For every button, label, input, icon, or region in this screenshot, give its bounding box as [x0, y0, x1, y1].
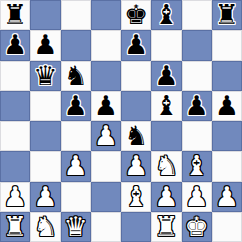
square-c4[interactable] — [61, 121, 91, 151]
black-pawn[interactable]: ♟ — [154, 61, 178, 91]
white-pawn[interactable]: ♟ — [185, 182, 209, 212]
square-e6[interactable] — [121, 61, 151, 91]
square-f6[interactable]: ♟ — [151, 61, 181, 91]
square-h8[interactable]: ♜ — [212, 0, 242, 30]
square-f8[interactable]: ♝ — [151, 0, 181, 30]
square-d5[interactable]: ♟ — [91, 91, 121, 121]
square-a8[interactable]: ♜ — [0, 0, 30, 30]
black-pawn[interactable]: ♟ — [124, 30, 148, 60]
black-rook[interactable]: ♜ — [215, 0, 239, 30]
square-h4[interactable] — [212, 121, 242, 151]
square-g1[interactable]: ♚ — [182, 212, 212, 242]
square-d7[interactable] — [91, 30, 121, 60]
square-d1[interactable] — [91, 212, 121, 242]
square-h6[interactable] — [212, 61, 242, 91]
black-rook[interactable]: ♜ — [3, 0, 27, 30]
square-e4[interactable]: ♞ — [121, 121, 151, 151]
square-b1[interactable]: ♞ — [30, 212, 60, 242]
white-bishop[interactable]: ♝ — [185, 151, 209, 181]
square-h2[interactable]: ♟ — [212, 182, 242, 212]
square-g5[interactable]: ♟ — [182, 91, 212, 121]
square-b6[interactable]: ♛ — [30, 61, 60, 91]
square-e1[interactable] — [121, 212, 151, 242]
square-e3[interactable]: ♟ — [121, 151, 151, 181]
square-c6[interactable]: ♞ — [61, 61, 91, 91]
square-d2[interactable] — [91, 182, 121, 212]
square-a2[interactable]: ♟ — [0, 182, 30, 212]
square-d8[interactable] — [91, 0, 121, 30]
square-g8[interactable] — [182, 0, 212, 30]
square-a3[interactable] — [0, 151, 30, 181]
square-e2[interactable]: ♝ — [121, 182, 151, 212]
white-knight[interactable]: ♞ — [33, 212, 57, 242]
black-bishop[interactable]: ♝ — [154, 0, 178, 30]
square-a7[interactable]: ♟ — [0, 30, 30, 60]
white-rook[interactable]: ♜ — [154, 212, 178, 242]
square-g6[interactable] — [182, 61, 212, 91]
square-e7[interactable]: ♟ — [121, 30, 151, 60]
black-pawn[interactable]: ♟ — [3, 30, 27, 60]
square-c3[interactable]: ♟ — [61, 151, 91, 181]
square-c1[interactable]: ♛ — [61, 212, 91, 242]
square-h5[interactable]: ♟ — [212, 91, 242, 121]
white-pawn[interactable]: ♟ — [94, 121, 118, 151]
white-knight[interactable]: ♞ — [154, 151, 178, 181]
square-c8[interactable] — [61, 0, 91, 30]
square-c7[interactable] — [61, 30, 91, 60]
square-f1[interactable]: ♜ — [151, 212, 181, 242]
white-queen[interactable]: ♛ — [64, 212, 88, 242]
square-g2[interactable]: ♟ — [182, 182, 212, 212]
white-pawn[interactable]: ♟ — [3, 182, 27, 212]
square-b3[interactable] — [30, 151, 60, 181]
white-pawn[interactable]: ♟ — [124, 151, 148, 181]
square-e5[interactable] — [121, 91, 151, 121]
white-rook[interactable]: ♜ — [3, 212, 27, 242]
square-a1[interactable]: ♜ — [0, 212, 30, 242]
square-c2[interactable] — [61, 182, 91, 212]
square-a6[interactable] — [0, 61, 30, 91]
white-king[interactable]: ♚ — [185, 212, 209, 242]
square-e8[interactable]: ♚ — [121, 0, 151, 30]
black-pawn[interactable]: ♟ — [215, 91, 239, 121]
square-b5[interactable] — [30, 91, 60, 121]
square-h7[interactable] — [212, 30, 242, 60]
white-pawn[interactable]: ♟ — [154, 182, 178, 212]
black-pawn[interactable]: ♟ — [94, 91, 118, 121]
black-pawn[interactable]: ♟ — [185, 91, 209, 121]
white-pawn[interactable]: ♟ — [33, 182, 57, 212]
square-g4[interactable] — [182, 121, 212, 151]
black-knight[interactable]: ♞ — [64, 61, 88, 91]
black-king[interactable]: ♚ — [124, 0, 148, 30]
square-d3[interactable] — [91, 151, 121, 181]
square-b4[interactable] — [30, 121, 60, 151]
black-pawn[interactable]: ♟ — [33, 30, 57, 60]
square-b2[interactable]: ♟ — [30, 182, 60, 212]
black-knight[interactable]: ♞ — [124, 121, 148, 151]
white-bishop[interactable]: ♝ — [124, 182, 148, 212]
square-f5[interactable]: ♝ — [151, 91, 181, 121]
square-f3[interactable]: ♞ — [151, 151, 181, 181]
square-f2[interactable]: ♟ — [151, 182, 181, 212]
square-g3[interactable]: ♝ — [182, 151, 212, 181]
square-f7[interactable] — [151, 30, 181, 60]
square-d6[interactable] — [91, 61, 121, 91]
black-pawn[interactable]: ♟ — [64, 91, 88, 121]
square-h3[interactable] — [212, 151, 242, 181]
square-b8[interactable] — [30, 0, 60, 30]
square-a4[interactable] — [0, 121, 30, 151]
black-queen[interactable]: ♛ — [33, 61, 57, 91]
chess-board: ♜♚♝♜♟♟♟♛♞♟♟♟♝♟♟♟♞♟♟♞♝♟♟♝♟♟♟♜♞♛♜♚ — [0, 0, 242, 242]
square-c5[interactable]: ♟ — [61, 91, 91, 121]
square-g7[interactable] — [182, 30, 212, 60]
white-pawn[interactable]: ♟ — [215, 182, 239, 212]
square-d4[interactable]: ♟ — [91, 121, 121, 151]
square-a5[interactable] — [0, 91, 30, 121]
square-b7[interactable]: ♟ — [30, 30, 60, 60]
black-bishop[interactable]: ♝ — [154, 91, 178, 121]
white-pawn[interactable]: ♟ — [64, 151, 88, 181]
square-h1[interactable] — [212, 212, 242, 242]
square-f4[interactable] — [151, 121, 181, 151]
